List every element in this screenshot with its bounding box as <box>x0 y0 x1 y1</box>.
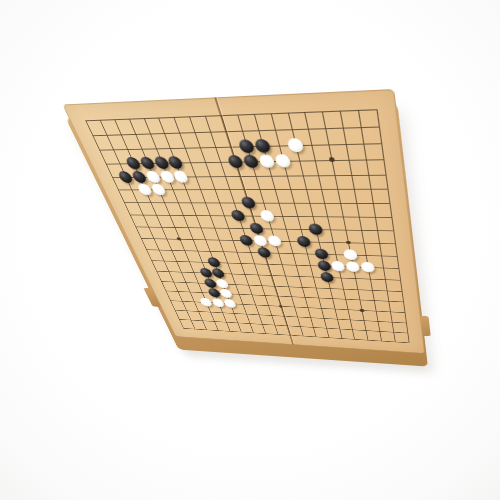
white-stone <box>258 154 276 167</box>
black-stone <box>237 139 255 153</box>
star-point <box>360 309 365 312</box>
white-stone <box>150 184 167 196</box>
grid-row-line <box>156 271 400 281</box>
star-point <box>346 241 351 245</box>
white-stone <box>158 170 175 182</box>
white-stone <box>274 154 292 167</box>
black-stone <box>227 155 245 168</box>
white-stone <box>343 249 358 260</box>
grid-column-line <box>85 120 184 328</box>
black-stone <box>296 236 312 247</box>
product-photo-stage <box>0 0 500 500</box>
black-stone <box>307 224 323 235</box>
star-point <box>329 158 335 162</box>
white-stone <box>360 262 375 273</box>
white-stone <box>172 170 189 182</box>
black-stone <box>167 156 185 169</box>
white-stone <box>267 235 283 246</box>
white-stone <box>286 138 304 152</box>
black-stone <box>240 197 257 209</box>
black-stone <box>253 139 271 153</box>
white-stone <box>331 261 346 272</box>
white-stone <box>215 279 230 289</box>
black-stone <box>242 154 260 167</box>
grid-column-line <box>114 119 207 329</box>
black-stone <box>202 278 217 288</box>
black-stone <box>313 248 328 259</box>
black-stone <box>256 247 271 258</box>
black-stone <box>198 268 213 278</box>
black-stone <box>238 235 254 246</box>
black-stone <box>211 268 226 278</box>
black-stone <box>319 272 334 282</box>
white-stone <box>252 235 268 246</box>
star-point <box>177 237 182 240</box>
black-stone <box>207 257 222 267</box>
white-stone <box>144 170 161 182</box>
grid-row-line <box>146 249 397 256</box>
white-stone <box>259 210 275 221</box>
grid-row-line <box>161 281 402 292</box>
black-stone <box>138 156 156 169</box>
black-stone <box>124 157 142 169</box>
black-stone <box>117 171 134 183</box>
white-stone <box>223 299 237 308</box>
white-stone <box>346 261 361 272</box>
black-stone <box>130 171 147 183</box>
white-stone <box>199 298 213 307</box>
black-stone <box>248 223 264 234</box>
white-stone <box>219 289 233 298</box>
black-stone <box>230 210 246 221</box>
black-stone <box>316 260 331 271</box>
grid-column-line <box>358 110 396 342</box>
